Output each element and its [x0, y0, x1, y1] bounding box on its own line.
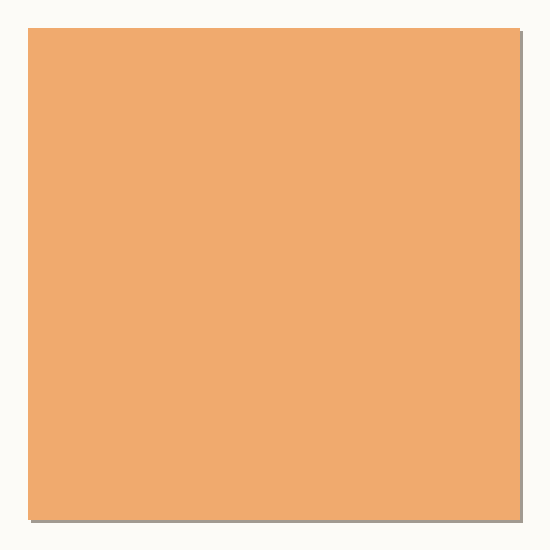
go-board: [28, 28, 520, 520]
stones-grid: [29, 29, 516, 516]
